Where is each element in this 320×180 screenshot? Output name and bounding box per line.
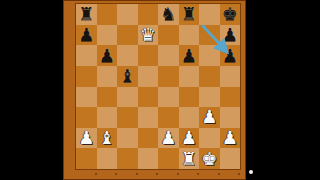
white-pawn[interactable]: ♟ bbox=[76, 128, 97, 149]
square-c6[interactable] bbox=[117, 45, 138, 66]
square-e6[interactable] bbox=[158, 45, 179, 66]
square-f5[interactable] bbox=[179, 66, 200, 87]
square-b8[interactable] bbox=[97, 4, 118, 25]
square-a1[interactable] bbox=[76, 148, 97, 169]
white-pawn[interactable]: ♟ bbox=[220, 128, 241, 149]
square-h5[interactable] bbox=[220, 66, 241, 87]
black-pawn[interactable]: ♟ bbox=[76, 25, 97, 46]
square-c3[interactable] bbox=[117, 107, 138, 128]
square-d3[interactable] bbox=[138, 107, 159, 128]
square-d2[interactable] bbox=[138, 128, 159, 149]
highlight-dot bbox=[249, 170, 253, 174]
square-c4[interactable] bbox=[117, 87, 138, 108]
square-e1[interactable] bbox=[158, 148, 179, 169]
square-a6[interactable] bbox=[76, 45, 97, 66]
square-a2[interactable]: ♟ bbox=[76, 128, 97, 149]
square-c1[interactable] bbox=[117, 148, 138, 169]
square-g1[interactable]: ♚ bbox=[199, 148, 220, 169]
square-f6[interactable]: ♟ bbox=[179, 45, 200, 66]
square-c8[interactable] bbox=[117, 4, 138, 25]
square-b2[interactable]: ♝ bbox=[97, 128, 118, 149]
black-pawn[interactable]: ♟ bbox=[220, 45, 241, 66]
square-f2[interactable]: ♟ bbox=[179, 128, 200, 149]
square-d1[interactable] bbox=[138, 148, 159, 169]
square-a8[interactable]: ♜ bbox=[76, 4, 97, 25]
black-pawn[interactable]: ♟ bbox=[179, 45, 200, 66]
square-e3[interactable] bbox=[158, 107, 179, 128]
square-d5[interactable] bbox=[138, 66, 159, 87]
white-pawn[interactable]: ♟ bbox=[179, 128, 200, 149]
square-g2[interactable] bbox=[199, 128, 220, 149]
square-b7[interactable] bbox=[97, 25, 118, 46]
square-e8[interactable]: ♞ bbox=[158, 4, 179, 25]
black-rook[interactable]: ♜ bbox=[76, 4, 97, 25]
white-queen[interactable]: ♛ bbox=[138, 25, 159, 46]
white-pawn[interactable]: ♟ bbox=[199, 107, 220, 128]
square-g4[interactable] bbox=[199, 87, 220, 108]
black-pawn[interactable]: ♟ bbox=[97, 45, 118, 66]
frame-tick-marks bbox=[76, 173, 240, 175]
square-c7[interactable] bbox=[117, 25, 138, 46]
square-e5[interactable] bbox=[158, 66, 179, 87]
square-a7[interactable]: ♟ bbox=[76, 25, 97, 46]
square-f3[interactable] bbox=[179, 107, 200, 128]
square-h4[interactable] bbox=[220, 87, 241, 108]
white-pawn[interactable]: ♟ bbox=[158, 128, 179, 149]
black-rook[interactable]: ♜ bbox=[179, 4, 200, 25]
black-bishop[interactable]: ♝ bbox=[117, 66, 138, 87]
square-g3[interactable]: ♟ bbox=[199, 107, 220, 128]
square-h6[interactable]: ♟ bbox=[220, 45, 241, 66]
white-king[interactable]: ♚ bbox=[199, 148, 220, 169]
square-a4[interactable] bbox=[76, 87, 97, 108]
square-b6[interactable]: ♟ bbox=[97, 45, 118, 66]
square-a3[interactable] bbox=[76, 107, 97, 128]
square-d8[interactable] bbox=[138, 4, 159, 25]
square-e2[interactable]: ♟ bbox=[158, 128, 179, 149]
square-h1[interactable] bbox=[220, 148, 241, 169]
square-h7[interactable]: ♟ bbox=[220, 25, 241, 46]
square-f4[interactable] bbox=[179, 87, 200, 108]
square-b3[interactable] bbox=[97, 107, 118, 128]
square-b5[interactable] bbox=[97, 66, 118, 87]
square-b4[interactable] bbox=[97, 87, 118, 108]
chess-board[interactable]: ♜♞♜♚♟♛♟♟♟♟♝♟♟♝♟♟♟♜♚ bbox=[76, 4, 240, 169]
square-f1[interactable]: ♜ bbox=[179, 148, 200, 169]
square-a5[interactable] bbox=[76, 66, 97, 87]
square-d7[interactable]: ♛ bbox=[138, 25, 159, 46]
square-e4[interactable] bbox=[158, 87, 179, 108]
black-pawn[interactable]: ♟ bbox=[220, 25, 241, 46]
square-h2[interactable]: ♟ bbox=[220, 128, 241, 149]
square-f8[interactable]: ♜ bbox=[179, 4, 200, 25]
square-c5[interactable]: ♝ bbox=[117, 66, 138, 87]
square-g6[interactable] bbox=[199, 45, 220, 66]
white-rook[interactable]: ♜ bbox=[179, 148, 200, 169]
square-f7[interactable] bbox=[179, 25, 200, 46]
white-bishop[interactable]: ♝ bbox=[97, 128, 118, 149]
square-g7[interactable] bbox=[199, 25, 220, 46]
square-h8[interactable]: ♚ bbox=[220, 4, 241, 25]
square-g8[interactable] bbox=[199, 4, 220, 25]
square-h3[interactable] bbox=[220, 107, 241, 128]
video-thumbnail-stage: ♜♞♜♚♟♛♟♟♟♟♝♟♟♝♟♟♟♜♚ bbox=[0, 0, 320, 180]
square-g5[interactable] bbox=[199, 66, 220, 87]
black-knight[interactable]: ♞ bbox=[158, 4, 179, 25]
black-king[interactable]: ♚ bbox=[220, 4, 241, 25]
square-d4[interactable] bbox=[138, 87, 159, 108]
square-e7[interactable] bbox=[158, 25, 179, 46]
square-d6[interactable] bbox=[138, 45, 159, 66]
square-c2[interactable] bbox=[117, 128, 138, 149]
square-b1[interactable] bbox=[97, 148, 118, 169]
